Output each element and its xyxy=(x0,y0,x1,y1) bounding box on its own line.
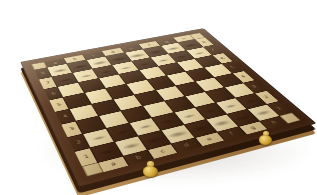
brass-clasp-front xyxy=(143,166,158,177)
chess-set-photo: abcdefgh abcdefgh 87654321 87654321 ♜♞♝♛… xyxy=(0,0,317,195)
white-rook-glyph: ♜ xyxy=(72,110,141,153)
brass-clasp-right xyxy=(259,135,272,145)
black-pawn-glyph: ♟ xyxy=(37,54,93,81)
board-layer: abcdefgh abcdefgh 87654321 87654321 ♜♞♝♛… xyxy=(43,0,267,195)
